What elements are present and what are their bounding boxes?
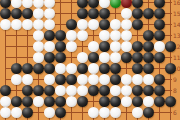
black-stone — [110, 63, 121, 74]
white-stone — [33, 96, 44, 107]
black-stone — [22, 63, 33, 74]
black-stone — [110, 74, 121, 85]
black-stone — [44, 85, 55, 96]
white-stone — [99, 30, 110, 41]
black-stone — [22, 8, 33, 19]
black-stone — [132, 96, 143, 107]
black-stone — [154, 19, 165, 30]
white-stone — [121, 85, 132, 96]
white-stone — [132, 107, 143, 118]
black-stone — [55, 30, 66, 41]
white-stone — [11, 107, 22, 118]
black-stone — [55, 74, 66, 85]
black-stone — [0, 85, 11, 96]
black-stone — [132, 85, 143, 96]
black-stone — [132, 0, 143, 8]
black-stone — [110, 96, 121, 107]
black-stone — [55, 41, 66, 52]
white-stone — [77, 85, 88, 96]
black-stone — [99, 19, 110, 30]
black-stone — [77, 8, 88, 19]
black-stone — [154, 8, 165, 19]
white-stone — [132, 74, 143, 85]
black-stone — [165, 63, 176, 74]
black-stone — [154, 85, 165, 96]
black-stone — [88, 52, 99, 63]
white-stone — [110, 52, 121, 63]
white-stone — [55, 85, 66, 96]
black-stone — [99, 85, 110, 96]
black-stone — [55, 96, 66, 107]
black-stone — [143, 85, 154, 96]
white-stone — [88, 19, 99, 30]
black-stone — [11, 96, 22, 107]
black-stone — [0, 8, 11, 19]
black-stone — [143, 30, 154, 41]
white-stone — [0, 19, 11, 30]
white-stone — [33, 52, 44, 63]
black-stone — [121, 52, 132, 63]
black-stone — [165, 41, 176, 52]
white-stone — [110, 30, 121, 41]
black-stone — [132, 19, 143, 30]
white-stone — [110, 19, 121, 30]
white-stone — [55, 63, 66, 74]
black-stone — [88, 0, 99, 8]
black-stone — [154, 30, 165, 41]
white-stone — [0, 96, 11, 107]
white-stone — [121, 19, 132, 30]
white-stone — [11, 0, 22, 8]
black-stone — [143, 41, 154, 52]
black-stone — [33, 85, 44, 96]
black-stone — [44, 96, 55, 107]
white-stone — [44, 41, 55, 52]
black-stone — [154, 52, 165, 63]
black-stone — [22, 96, 33, 107]
white-stone — [88, 41, 99, 52]
black-stone — [55, 52, 66, 63]
black-stone — [99, 63, 110, 74]
white-stone — [88, 63, 99, 74]
white-stone — [33, 19, 44, 30]
black-stone — [99, 8, 110, 19]
black-stone — [132, 41, 143, 52]
white-stone — [11, 19, 22, 30]
black-stone — [88, 85, 99, 96]
white-stone — [66, 63, 77, 74]
white-stone — [99, 74, 110, 85]
black-stone — [11, 8, 22, 19]
white-stone — [44, 19, 55, 30]
black-stone — [132, 8, 143, 19]
white-stone — [99, 0, 110, 8]
white-stone — [44, 8, 55, 19]
white-stone — [143, 96, 154, 107]
black-stone — [99, 96, 110, 107]
black-stone — [44, 63, 55, 74]
black-stone — [22, 85, 33, 96]
white-stone — [110, 41, 121, 52]
green-stone — [110, 0, 121, 8]
black-stone — [55, 107, 66, 118]
black-stone — [22, 107, 33, 118]
white-stone — [154, 41, 165, 52]
white-stone — [22, 19, 33, 30]
white-stone — [44, 107, 55, 118]
maroon-stone — [121, 0, 132, 8]
white-stone — [88, 107, 99, 118]
black-stone — [77, 0, 88, 8]
white-stone — [0, 107, 11, 118]
black-stone — [44, 52, 55, 63]
white-stone — [66, 41, 77, 52]
white-stone — [143, 74, 154, 85]
white-stone — [22, 0, 33, 8]
white-stone — [77, 52, 88, 63]
black-stone — [143, 63, 154, 74]
white-stone — [33, 0, 44, 8]
black-stone — [165, 96, 176, 107]
black-stone — [143, 107, 154, 118]
white-stone — [66, 30, 77, 41]
white-stone — [110, 85, 121, 96]
white-stone — [121, 30, 132, 41]
black-stone — [33, 63, 44, 74]
white-stone — [121, 74, 132, 85]
black-stone — [143, 8, 154, 19]
black-stone — [44, 30, 55, 41]
black-stone — [154, 74, 165, 85]
white-stone — [33, 8, 44, 19]
white-stone — [33, 30, 44, 41]
white-stone — [77, 30, 88, 41]
black-stone — [132, 63, 143, 74]
white-stone — [121, 8, 132, 19]
go-board[interactable]: 161514131211109876 — [0, 0, 180, 120]
stones-layer — [0, 0, 180, 120]
black-stone — [11, 63, 22, 74]
white-stone — [121, 41, 132, 52]
white-stone — [88, 74, 99, 85]
white-stone — [77, 19, 88, 30]
white-stone — [77, 74, 88, 85]
black-stone — [154, 0, 165, 8]
white-stone — [99, 107, 110, 118]
black-stone — [66, 19, 77, 30]
white-stone — [33, 41, 44, 52]
black-stone — [88, 8, 99, 19]
white-stone — [11, 74, 22, 85]
white-stone — [22, 74, 33, 85]
white-stone — [66, 85, 77, 96]
white-stone — [99, 52, 110, 63]
white-stone — [110, 107, 121, 118]
black-stone — [143, 52, 154, 63]
black-stone — [0, 0, 11, 8]
black-stone — [77, 63, 88, 74]
white-stone — [121, 96, 132, 107]
white-stone — [44, 0, 55, 8]
black-stone — [132, 52, 143, 63]
black-stone — [154, 96, 165, 107]
white-stone — [44, 74, 55, 85]
white-stone — [66, 96, 77, 107]
black-stone — [66, 74, 77, 85]
black-stone — [77, 96, 88, 107]
black-stone — [99, 41, 110, 52]
